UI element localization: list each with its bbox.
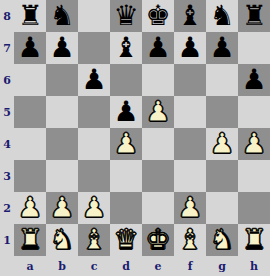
rank-label-4: 4 [0, 128, 14, 160]
rank-label-3: 3 [0, 160, 14, 192]
piece-black-queen: ♛ [113, 0, 138, 32]
rank-label-5: 5 [0, 96, 14, 128]
square-c4[interactable] [78, 128, 110, 160]
piece-black-king: ♚ [145, 0, 170, 32]
square-d8[interactable]: ♛ [110, 0, 142, 32]
square-d1[interactable]: ♛ [110, 224, 142, 256]
rank-label-8: 8 [0, 0, 14, 32]
square-c6[interactable]: ♟ [78, 64, 110, 96]
square-d5[interactable]: ♟ [110, 96, 142, 128]
piece-white-pawn: ♟ [177, 192, 202, 224]
piece-black-pawn: ♟ [209, 32, 234, 64]
piece-white-rook: ♜ [17, 224, 42, 256]
file-label-h: h [238, 256, 270, 276]
square-e5[interactable]: ♟ [142, 96, 174, 128]
piece-white-pawn: ♟ [145, 96, 170, 128]
piece-white-king: ♚ [145, 224, 170, 256]
square-c3[interactable] [78, 160, 110, 192]
piece-black-pawn: ♟ [113, 96, 138, 128]
square-b7[interactable]: ♟ [46, 32, 78, 64]
piece-black-knight: ♞ [209, 0, 234, 32]
square-h5[interactable] [238, 96, 270, 128]
square-f1[interactable]: ♝ [174, 224, 206, 256]
piece-white-pawn: ♟ [209, 128, 234, 160]
square-f5[interactable] [174, 96, 206, 128]
rank-label-7: 7 [0, 32, 14, 64]
square-g3[interactable] [206, 160, 238, 192]
piece-white-bishop: ♝ [177, 224, 202, 256]
square-a4[interactable] [14, 128, 46, 160]
square-a7[interactable]: ♟ [14, 32, 46, 64]
square-c2[interactable]: ♟ [78, 192, 110, 224]
piece-black-bishop: ♝ [113, 32, 138, 64]
piece-black-pawn: ♟ [49, 32, 74, 64]
square-g8[interactable]: ♞ [206, 0, 238, 32]
file-label-b: b [46, 256, 78, 276]
square-h6[interactable]: ♟ [238, 64, 270, 96]
square-g6[interactable] [206, 64, 238, 96]
piece-black-knight: ♞ [49, 0, 74, 32]
square-e1[interactable]: ♚ [142, 224, 174, 256]
square-c5[interactable] [78, 96, 110, 128]
piece-black-pawn: ♟ [241, 64, 266, 96]
square-b5[interactable] [46, 96, 78, 128]
piece-white-knight: ♞ [49, 224, 74, 256]
square-e8[interactable]: ♚ [142, 0, 174, 32]
piece-white-queen: ♛ [113, 224, 138, 256]
piece-black-pawn: ♟ [17, 32, 42, 64]
square-d4[interactable]: ♟ [110, 128, 142, 160]
piece-white-pawn: ♟ [241, 128, 266, 160]
square-b1[interactable]: ♞ [46, 224, 78, 256]
square-h8[interactable]: ♜ [238, 0, 270, 32]
square-f8[interactable]: ♝ [174, 0, 206, 32]
piece-white-knight: ♞ [209, 224, 234, 256]
piece-white-pawn: ♟ [81, 192, 106, 224]
piece-black-pawn: ♟ [145, 32, 170, 64]
square-f3[interactable] [174, 160, 206, 192]
square-g5[interactable] [206, 96, 238, 128]
square-d3[interactable] [110, 160, 142, 192]
square-g4[interactable]: ♟ [206, 128, 238, 160]
square-b3[interactable] [46, 160, 78, 192]
square-a6[interactable] [14, 64, 46, 96]
square-e6[interactable] [142, 64, 174, 96]
square-h2[interactable] [238, 192, 270, 224]
file-label-e: e [142, 256, 174, 276]
square-d7[interactable]: ♝ [110, 32, 142, 64]
piece-black-pawn: ♟ [177, 32, 202, 64]
square-f6[interactable] [174, 64, 206, 96]
square-f4[interactable] [174, 128, 206, 160]
square-b8[interactable]: ♞ [46, 0, 78, 32]
piece-black-rook: ♜ [241, 0, 266, 32]
square-d2[interactable] [110, 192, 142, 224]
square-c7[interactable] [78, 32, 110, 64]
file-label-g: g [206, 256, 238, 276]
square-b2[interactable]: ♟ [46, 192, 78, 224]
piece-white-bishop: ♝ [81, 224, 106, 256]
square-b6[interactable] [46, 64, 78, 96]
rank-label-6: 6 [0, 64, 14, 96]
chess-board: 8♜♞♛♚♝♞♜7♟♟♝♟♟♟6♟♟5♟♟4♟♟♟32♟♟♟♟1♜♞♝♛♚♝♞♜… [0, 0, 270, 276]
square-h3[interactable] [238, 160, 270, 192]
piece-black-rook: ♜ [17, 0, 42, 32]
file-label-a: a [14, 256, 46, 276]
corner-spacer [0, 256, 14, 276]
piece-black-pawn: ♟ [81, 64, 106, 96]
square-g7[interactable]: ♟ [206, 32, 238, 64]
square-e4[interactable] [142, 128, 174, 160]
piece-white-pawn: ♟ [17, 192, 42, 224]
square-e3[interactable] [142, 160, 174, 192]
square-g1[interactable]: ♞ [206, 224, 238, 256]
piece-black-bishop: ♝ [177, 0, 202, 32]
square-b4[interactable] [46, 128, 78, 160]
square-a5[interactable] [14, 96, 46, 128]
piece-white-pawn: ♟ [113, 128, 138, 160]
square-a2[interactable]: ♟ [14, 192, 46, 224]
square-h1[interactable]: ♜ [238, 224, 270, 256]
rank-label-2: 2 [0, 192, 14, 224]
square-f7[interactable]: ♟ [174, 32, 206, 64]
piece-white-pawn: ♟ [49, 192, 74, 224]
square-h4[interactable]: ♟ [238, 128, 270, 160]
square-e2[interactable] [142, 192, 174, 224]
file-label-f: f [174, 256, 206, 276]
file-label-d: d [110, 256, 142, 276]
chess-diagram: 8♜♞♛♚♝♞♜7♟♟♝♟♟♟6♟♟5♟♟4♟♟♟32♟♟♟♟1♜♞♝♛♚♝♞♜… [0, 0, 270, 276]
square-c1[interactable]: ♝ [78, 224, 110, 256]
square-g2[interactable] [206, 192, 238, 224]
square-c8[interactable] [78, 0, 110, 32]
piece-white-rook: ♜ [241, 224, 266, 256]
square-d6[interactable] [110, 64, 142, 96]
square-a1[interactable]: ♜ [14, 224, 46, 256]
square-a8[interactable]: ♜ [14, 0, 46, 32]
rank-label-1: 1 [0, 224, 14, 256]
square-e7[interactable]: ♟ [142, 32, 174, 64]
square-f2[interactable]: ♟ [174, 192, 206, 224]
square-a3[interactable] [14, 160, 46, 192]
square-h7[interactable] [238, 32, 270, 64]
file-label-c: c [78, 256, 110, 276]
